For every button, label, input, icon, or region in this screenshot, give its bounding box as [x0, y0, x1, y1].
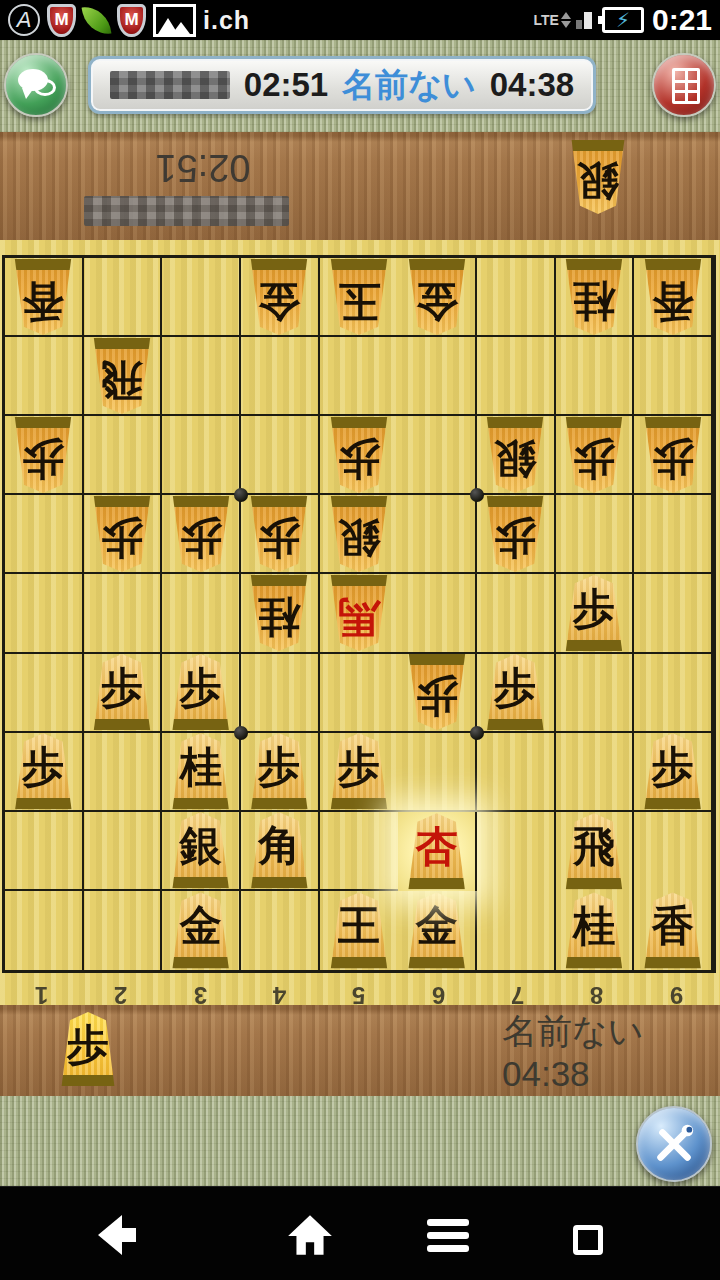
board-cell[interactable]: 桂: [162, 733, 241, 812]
board-cell[interactable]: 歩: [162, 495, 241, 574]
shogi-piece-香[interactable]: 香: [11, 259, 75, 335]
board-cell[interactable]: 香: [634, 891, 713, 970]
board-cell[interactable]: 銀: [320, 495, 399, 574]
android-status-bar: A M M i.ch LTE ⚡ 0:21: [0, 0, 720, 40]
piece-kanji: 歩: [338, 438, 380, 480]
leaf-icon: [82, 4, 112, 36]
piece-kanji: 金: [416, 280, 458, 322]
piece-kanji: 歩: [22, 746, 64, 788]
board-cell[interactable]: [84, 891, 163, 970]
board-cell[interactable]: 桂: [241, 574, 320, 653]
tools-icon: [651, 1121, 697, 1167]
piece-kanji: 銀: [180, 825, 222, 867]
board-cell[interactable]: 歩: [320, 733, 399, 812]
shogi-piece-銀[interactable]: 銀: [169, 812, 233, 888]
piece-kanji: 銀: [338, 517, 380, 559]
board-cell[interactable]: [5, 574, 84, 653]
shogi-piece-角[interactable]: 角: [247, 812, 311, 888]
board-cell[interactable]: [320, 812, 399, 891]
board-cell[interactable]: 歩: [477, 654, 556, 733]
shogi-piece-歩[interactable]: 歩: [90, 654, 154, 730]
board-cell[interactable]: 歩: [556, 574, 635, 653]
board-cell[interactable]: 歩: [556, 416, 635, 495]
shogi-piece-歩[interactable]: 歩: [11, 417, 75, 493]
opponent-panel: 02:51 銀: [0, 132, 720, 240]
piece-kanji: 飛: [101, 359, 143, 401]
board-cell[interactable]: [398, 574, 477, 653]
piece-kanji: 金: [258, 280, 300, 322]
lower-band: [0, 1096, 720, 1186]
player-name: 名前ない: [342, 63, 476, 108]
piece-kanji: 歩: [652, 438, 694, 480]
board-cell[interactable]: 香: [634, 258, 713, 337]
board-cell[interactable]: [5, 891, 84, 970]
board-cell[interactable]: 玉: [320, 258, 399, 337]
menu-icon: [427, 1213, 469, 1258]
board-cell[interactable]: [398, 733, 477, 812]
board-cell[interactable]: [477, 812, 556, 891]
piece-kanji: 香: [652, 905, 694, 947]
board-cell[interactable]: 歩: [634, 733, 713, 812]
board-cell[interactable]: 金: [398, 258, 477, 337]
shogi-piece-銀[interactable]: 銀: [327, 496, 391, 572]
board-cell[interactable]: [634, 574, 713, 653]
board-cell[interactable]: [84, 416, 163, 495]
player-captured-tray[interactable]: 歩: [58, 1012, 118, 1086]
board-cell[interactable]: 歩: [634, 416, 713, 495]
chat-button[interactable]: [4, 53, 68, 117]
carrier-text: i.ch: [203, 6, 250, 35]
signal-strength-icon: [574, 12, 592, 29]
board-cell[interactable]: [556, 654, 635, 733]
piece-kanji: 金: [180, 905, 222, 947]
shogi-piece-歩[interactable]: 歩: [58, 1012, 118, 1086]
board-cell[interactable]: [556, 733, 635, 812]
piece-kanji: 歩: [573, 438, 615, 480]
piece-kanji: 桂: [258, 596, 300, 638]
opponent-clock-rotated: 02:51: [118, 146, 288, 189]
board-cell[interactable]: [477, 574, 556, 653]
piece-kanji: 歩: [573, 588, 615, 630]
board-cell[interactable]: [162, 337, 241, 416]
piece-kanji: 杏: [416, 826, 458, 868]
player-name-label: 名前ない: [502, 1009, 644, 1052]
shogi-piece-歩[interactable]: 歩: [641, 733, 705, 809]
lte-label: LTE: [534, 12, 559, 28]
star-point: [234, 488, 248, 502]
star-point: [234, 726, 248, 740]
windows-icon: [573, 1225, 603, 1255]
board-cell[interactable]: 歩: [162, 654, 241, 733]
board-cell[interactable]: [477, 337, 556, 416]
shogi-piece-歩[interactable]: 歩: [90, 496, 154, 572]
shogi-piece-香[interactable]: 香: [641, 892, 705, 968]
shogi-piece-歩[interactable]: 歩: [327, 733, 391, 809]
piece-kanji: 歩: [338, 746, 380, 788]
shogi-piece-飛[interactable]: 飛: [562, 813, 626, 889]
board-cell[interactable]: 飛: [84, 337, 163, 416]
board-cell[interactable]: [5, 654, 84, 733]
piece-kanji: 香: [22, 280, 64, 322]
piece-kanji: 歩: [180, 667, 222, 709]
board-cell[interactable]: 杏: [398, 812, 477, 891]
board-cell[interactable]: [477, 733, 556, 812]
board-cell[interactable]: 銀: [162, 812, 241, 891]
board-cell[interactable]: 歩: [398, 654, 477, 733]
piece-kanji: 玉: [338, 280, 380, 322]
shogi-piece-歩[interactable]: 歩: [169, 654, 233, 730]
board-cell[interactable]: [162, 574, 241, 653]
board-cell[interactable]: [556, 337, 635, 416]
board-cell[interactable]: [5, 495, 84, 574]
piece-kanji: 歩: [180, 517, 222, 559]
star-point: [470, 488, 484, 502]
piece-kanji: 飛: [573, 826, 615, 868]
board-cell[interactable]: 歩: [320, 416, 399, 495]
board-cell[interactable]: [477, 891, 556, 970]
piece-kanji: 歩: [494, 517, 536, 559]
piece-kanji: 桂: [573, 905, 615, 947]
shogi-piece-杏[interactable]: 杏: [405, 813, 469, 889]
board-cell[interactable]: 銀: [477, 416, 556, 495]
piece-kanji: 歩: [416, 675, 458, 717]
shogi-piece-歩[interactable]: 歩: [483, 496, 547, 572]
shogi-piece-歩[interactable]: 歩: [327, 417, 391, 493]
shogi-piece-歩[interactable]: 歩: [562, 575, 626, 651]
a-logo-icon: A: [8, 4, 40, 36]
board-cell[interactable]: 桂: [556, 891, 635, 970]
board-cell[interactable]: [84, 574, 163, 653]
shogi-piece-金[interactable]: 金: [169, 892, 233, 968]
home-button[interactable]: [284, 1209, 336, 1261]
board-cell[interactable]: [84, 733, 163, 812]
board-cell[interactable]: [634, 812, 713, 891]
board-cell[interactable]: 歩: [5, 733, 84, 812]
board-cell[interactable]: 歩: [84, 654, 163, 733]
shogi-piece-飛[interactable]: 飛: [90, 338, 154, 414]
mcafee-shield-icon: M: [47, 4, 76, 37]
menu-button[interactable]: [422, 1209, 474, 1261]
piece-kanji: 香: [652, 280, 694, 322]
piece-kanji: 馬: [338, 596, 380, 638]
piece-kanji: 歩: [101, 667, 143, 709]
opponent-captured-tray[interactable]: 銀: [568, 140, 628, 214]
shogi-piece-銀[interactable]: 銀: [568, 140, 628, 214]
piece-kanji: 歩: [22, 438, 64, 480]
data-activity-icon: [561, 12, 571, 28]
board-cell[interactable]: 歩: [477, 495, 556, 574]
board-cell[interactable]: 香: [5, 258, 84, 337]
board-cell[interactable]: [241, 416, 320, 495]
board-cell[interactable]: [162, 258, 241, 337]
board-cell[interactable]: [398, 416, 477, 495]
shogi-piece-歩[interactable]: 歩: [11, 733, 75, 809]
board-cell[interactable]: [556, 495, 635, 574]
android-nav-bar: [0, 1186, 720, 1280]
board-cell[interactable]: [320, 337, 399, 416]
piece-kanji: 桂: [180, 746, 222, 788]
shogi-piece-銀[interactable]: 銀: [483, 417, 547, 493]
board-cell[interactable]: 歩: [241, 733, 320, 812]
piece-kanji: 歩: [258, 746, 300, 788]
piece-kanji: 歩: [258, 517, 300, 559]
back-button[interactable]: [90, 1209, 142, 1261]
shogi-piece-桂[interactable]: 桂: [562, 892, 626, 968]
piece-kanji: 桂: [573, 280, 615, 322]
board-cell[interactable]: 歩: [84, 495, 163, 574]
board-cell[interactable]: [241, 337, 320, 416]
shogi-board-grid: 香金玉金桂香飛歩歩銀歩歩歩歩歩銀歩桂馬歩歩歩歩歩歩桂歩歩歩銀角杏飛金王金桂香: [2, 255, 716, 973]
board-cell[interactable]: [634, 337, 713, 416]
board-cell[interactable]: [634, 495, 713, 574]
shogi-piece-歩[interactable]: 歩: [247, 733, 311, 809]
player-info: 名前ない 04:38: [502, 1009, 644, 1095]
opponent-clock: 02:51: [244, 66, 328, 104]
settings-button[interactable]: [636, 1106, 712, 1182]
piece-kanji: 歩: [494, 667, 536, 709]
shogi-piece-歩[interactable]: 歩: [641, 417, 705, 493]
opponent-name-blurred-rotated: [84, 196, 289, 226]
shogi-piece-桂[interactable]: 桂: [562, 259, 626, 335]
piece-kanji: 王: [338, 905, 380, 947]
board-cell[interactable]: [477, 258, 556, 337]
piece-kanji: 角: [258, 825, 300, 867]
board-cell[interactable]: 歩: [241, 495, 320, 574]
board-cell[interactable]: 金: [398, 891, 477, 970]
shogi-piece-歩[interactable]: 歩: [483, 654, 547, 730]
home-icon: [285, 1210, 335, 1260]
board-cell[interactable]: 馬: [320, 574, 399, 653]
board-cell[interactable]: 角: [241, 812, 320, 891]
shogi-piece-歩[interactable]: 歩: [169, 496, 233, 572]
shogi-piece-歩[interactable]: 歩: [247, 496, 311, 572]
shogi-piece-玉[interactable]: 玉: [327, 259, 391, 335]
piece-kanji: 銀: [577, 160, 619, 202]
board-cell[interactable]: [320, 654, 399, 733]
shogi-piece-王[interactable]: 王: [327, 892, 391, 968]
shogi-piece-香[interactable]: 香: [641, 259, 705, 335]
piece-kanji: 歩: [652, 746, 694, 788]
board-cell[interactable]: [398, 337, 477, 416]
board-cell[interactable]: [84, 258, 163, 337]
board-cell[interactable]: 金: [241, 258, 320, 337]
shogi-piece-馬[interactable]: 馬: [327, 575, 391, 651]
shogi-board-area: 香金玉金桂香飛歩歩銀歩歩歩歩歩銀歩桂馬歩歩歩歩歩歩桂歩歩歩銀角杏飛金王金桂香 1…: [0, 240, 720, 1005]
board-cell[interactable]: 飛: [556, 812, 635, 891]
shogi-piece-桂[interactable]: 桂: [247, 575, 311, 651]
clock-time: 0:21: [652, 3, 712, 37]
shogi-piece-金[interactable]: 金: [247, 259, 311, 335]
battery-charging-icon: ⚡: [602, 7, 644, 33]
board-cell[interactable]: [84, 812, 163, 891]
shogi-piece-金[interactable]: 金: [405, 892, 469, 968]
player-clock: 04:38: [490, 66, 574, 104]
recent-windows-button[interactable]: [566, 1209, 618, 1261]
board-cell[interactable]: 歩: [5, 416, 84, 495]
player-clock-label: 04:38: [502, 1052, 644, 1095]
board-cell[interactable]: 王: [320, 891, 399, 970]
back-arrow-icon: [92, 1211, 140, 1259]
record-sheet-button[interactable]: [652, 53, 716, 117]
board-cell[interactable]: [5, 812, 84, 891]
top-control-bar: 02:51 名前ない 04:38: [0, 40, 720, 132]
game-clock-pill: 02:51 名前ない 04:38: [88, 56, 596, 114]
piece-kanji: 歩: [101, 517, 143, 559]
board-cell[interactable]: [241, 654, 320, 733]
photo-notification-icon: [153, 4, 196, 37]
shogi-piece-歩[interactable]: 歩: [405, 654, 469, 730]
board-cell[interactable]: 桂: [556, 258, 635, 337]
kifu-table-icon: [672, 68, 700, 104]
board-cell[interactable]: [162, 416, 241, 495]
shogi-app-screen: A M M i.ch LTE ⚡ 0:21 02:51 名前ない 04:38: [0, 0, 720, 1280]
chat-bubble-icon-2: [34, 79, 56, 96]
shogi-piece-歩[interactable]: 歩: [562, 417, 626, 493]
board-cell[interactable]: [241, 891, 320, 970]
board-cell[interactable]: 金: [162, 891, 241, 970]
shogi-piece-桂[interactable]: 桂: [169, 733, 233, 809]
opponent-name-blurred: [110, 71, 230, 99]
shogi-piece-金[interactable]: 金: [405, 259, 469, 335]
board-cell[interactable]: [634, 654, 713, 733]
mcafee-shield-icon-2: M: [117, 4, 146, 37]
player-panel: 歩 名前ない 04:38: [0, 1005, 720, 1096]
piece-kanji: 金: [416, 905, 458, 947]
piece-kanji: 歩: [67, 1024, 109, 1066]
board-cell[interactable]: [398, 495, 477, 574]
board-cell[interactable]: [5, 337, 84, 416]
piece-kanji: 銀: [494, 438, 536, 480]
star-point: [470, 726, 484, 740]
